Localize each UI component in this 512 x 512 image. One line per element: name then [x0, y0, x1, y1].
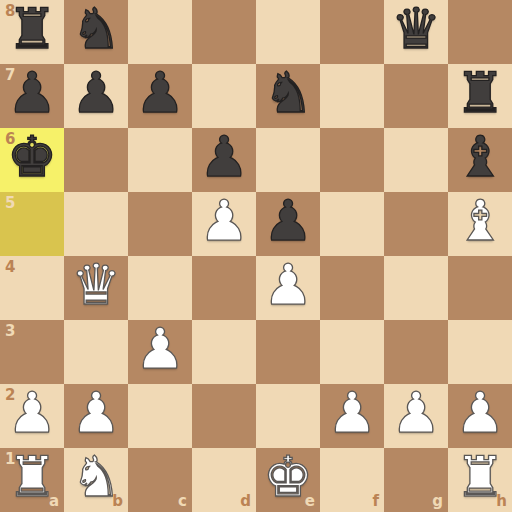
chess-board: 8♜♞♛7♟♟♟♞♜6♚♟♝5♟♟♝4♛♟3♟2♟♟♟♟♟1a♜b♞cde♚fg… — [0, 0, 512, 512]
square-h1[interactable]: h♜ — [448, 448, 512, 512]
square-b8[interactable]: ♞ — [64, 0, 128, 64]
black-pawn-icon[interactable]: ♟ — [135, 61, 185, 125]
square-a8[interactable]: 8♜ — [0, 0, 64, 64]
square-a3[interactable]: 3 — [0, 320, 64, 384]
square-g4[interactable] — [384, 256, 448, 320]
square-e7[interactable]: ♞ — [256, 64, 320, 128]
square-d8[interactable] — [192, 0, 256, 64]
file-label-d: d — [240, 494, 251, 509]
square-b6[interactable] — [64, 128, 128, 192]
square-d1[interactable]: d — [192, 448, 256, 512]
white-rook-icon[interactable]: ♜ — [7, 445, 57, 509]
square-c3[interactable]: ♟ — [128, 320, 192, 384]
white-pawn-icon[interactable]: ♟ — [199, 189, 249, 253]
square-d6[interactable]: ♟ — [192, 128, 256, 192]
square-a1[interactable]: 1a♜ — [0, 448, 64, 512]
white-pawn-icon[interactable]: ♟ — [71, 381, 121, 445]
white-pawn-icon[interactable]: ♟ — [263, 253, 313, 317]
square-b4[interactable]: ♛ — [64, 256, 128, 320]
square-d4[interactable] — [192, 256, 256, 320]
square-h4[interactable] — [448, 256, 512, 320]
white-king-icon[interactable]: ♚ — [263, 445, 313, 509]
white-pawn-icon[interactable]: ♟ — [391, 381, 441, 445]
square-a5[interactable]: 5 — [0, 192, 64, 256]
square-c8[interactable] — [128, 0, 192, 64]
black-queen-icon[interactable]: ♛ — [391, 0, 441, 61]
square-h2[interactable]: ♟ — [448, 384, 512, 448]
square-c1[interactable]: c — [128, 448, 192, 512]
square-c7[interactable]: ♟ — [128, 64, 192, 128]
square-f7[interactable] — [320, 64, 384, 128]
white-queen-icon[interactable]: ♛ — [71, 253, 121, 317]
square-b1[interactable]: b♞ — [64, 448, 128, 512]
square-b5[interactable] — [64, 192, 128, 256]
black-rook-icon[interactable]: ♜ — [455, 61, 505, 125]
black-knight-icon[interactable]: ♞ — [71, 0, 121, 61]
square-f1[interactable]: f — [320, 448, 384, 512]
square-e8[interactable] — [256, 0, 320, 64]
square-g5[interactable] — [384, 192, 448, 256]
square-a6[interactable]: 6♚ — [0, 128, 64, 192]
square-f2[interactable]: ♟ — [320, 384, 384, 448]
square-c2[interactable] — [128, 384, 192, 448]
square-g1[interactable]: g — [384, 448, 448, 512]
white-pawn-icon[interactable]: ♟ — [327, 381, 377, 445]
square-e5[interactable]: ♟ — [256, 192, 320, 256]
square-h8[interactable] — [448, 0, 512, 64]
square-f3[interactable] — [320, 320, 384, 384]
square-d2[interactable] — [192, 384, 256, 448]
square-g8[interactable]: ♛ — [384, 0, 448, 64]
square-f8[interactable] — [320, 0, 384, 64]
black-pawn-icon[interactable]: ♟ — [7, 61, 57, 125]
square-f5[interactable] — [320, 192, 384, 256]
white-rook-icon[interactable]: ♜ — [455, 445, 505, 509]
square-e1[interactable]: e♚ — [256, 448, 320, 512]
square-d7[interactable] — [192, 64, 256, 128]
square-g6[interactable] — [384, 128, 448, 192]
black-pawn-icon[interactable]: ♟ — [199, 125, 249, 189]
white-bishop-icon[interactable]: ♝ — [455, 189, 505, 253]
square-b2[interactable]: ♟ — [64, 384, 128, 448]
white-pawn-icon[interactable]: ♟ — [7, 381, 57, 445]
square-b7[interactable]: ♟ — [64, 64, 128, 128]
square-h6[interactable]: ♝ — [448, 128, 512, 192]
black-rook-icon[interactable]: ♜ — [7, 0, 57, 61]
rank-label-4: 4 — [5, 260, 15, 275]
square-g2[interactable]: ♟ — [384, 384, 448, 448]
file-label-g: g — [432, 494, 443, 509]
square-d3[interactable] — [192, 320, 256, 384]
square-f6[interactable] — [320, 128, 384, 192]
rank-label-5: 5 — [5, 196, 15, 211]
black-knight-icon[interactable]: ♞ — [263, 61, 313, 125]
square-f4[interactable] — [320, 256, 384, 320]
rank-label-3: 3 — [5, 324, 15, 339]
square-b3[interactable] — [64, 320, 128, 384]
white-knight-icon[interactable]: ♞ — [71, 445, 121, 509]
square-h7[interactable]: ♜ — [448, 64, 512, 128]
black-king-icon[interactable]: ♚ — [7, 125, 57, 189]
square-e3[interactable] — [256, 320, 320, 384]
square-c6[interactable] — [128, 128, 192, 192]
square-a4[interactable]: 4 — [0, 256, 64, 320]
square-h3[interactable] — [448, 320, 512, 384]
square-c4[interactable] — [128, 256, 192, 320]
black-pawn-icon[interactable]: ♟ — [263, 189, 313, 253]
square-e2[interactable] — [256, 384, 320, 448]
black-bishop-icon[interactable]: ♝ — [455, 125, 505, 189]
square-e6[interactable] — [256, 128, 320, 192]
black-pawn-icon[interactable]: ♟ — [71, 61, 121, 125]
white-pawn-icon[interactable]: ♟ — [135, 317, 185, 381]
square-g7[interactable] — [384, 64, 448, 128]
square-c5[interactable] — [128, 192, 192, 256]
square-d5[interactable]: ♟ — [192, 192, 256, 256]
square-h5[interactable]: ♝ — [448, 192, 512, 256]
file-label-f: f — [372, 494, 379, 509]
square-a2[interactable]: 2♟ — [0, 384, 64, 448]
file-label-c: c — [178, 494, 187, 509]
square-e4[interactable]: ♟ — [256, 256, 320, 320]
white-pawn-icon[interactable]: ♟ — [455, 381, 505, 445]
square-g3[interactable] — [384, 320, 448, 384]
square-a7[interactable]: 7♟ — [0, 64, 64, 128]
